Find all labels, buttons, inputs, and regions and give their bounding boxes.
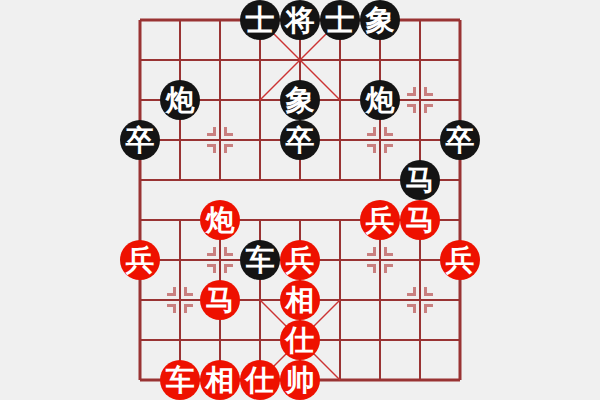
- piece-red-cannon[interactable]: 炮: [200, 200, 240, 240]
- piece-red-soldier[interactable]: 兵: [440, 240, 480, 280]
- point-marker-corner: [184, 304, 193, 313]
- point-marker-corner: [207, 264, 216, 273]
- piece-black-cannon[interactable]: 炮: [160, 80, 200, 120]
- point-marker: [407, 287, 433, 313]
- piece-black-cannon[interactable]: 炮: [360, 80, 400, 120]
- point-marker: [207, 247, 233, 273]
- point-marker: [367, 127, 393, 153]
- point-marker-corner: [207, 127, 216, 136]
- point-marker-corner: [207, 247, 216, 256]
- piece-black-chariot[interactable]: 车: [240, 240, 280, 280]
- piece-red-advisor[interactable]: 仕: [280, 320, 320, 360]
- piece-red-chariot[interactable]: 车: [160, 360, 200, 400]
- point-marker-corner: [424, 304, 433, 313]
- piece-red-elephant[interactable]: 相: [200, 360, 240, 400]
- point-marker-corner: [224, 127, 233, 136]
- point-marker-corner: [424, 104, 433, 113]
- piece-black-advisor[interactable]: 士: [320, 0, 360, 40]
- point-marker-corner: [367, 247, 376, 256]
- piece-black-advisor[interactable]: 士: [240, 0, 280, 40]
- piece-red-horse[interactable]: 马: [200, 280, 240, 320]
- piece-black-elephant[interactable]: 象: [360, 0, 400, 40]
- point-marker: [207, 127, 233, 153]
- piece-black-soldier[interactable]: 卒: [280, 120, 320, 160]
- piece-red-soldier[interactable]: 兵: [280, 240, 320, 280]
- point-marker: [167, 287, 193, 313]
- point-marker-corner: [367, 127, 376, 136]
- piece-red-horse[interactable]: 马: [400, 200, 440, 240]
- xiangqi-board: 士将士象炮象炮卒卒卒马车炮兵马兵兵兵马相仕车相仕帅: [0, 0, 600, 400]
- point-marker-corner: [167, 287, 176, 296]
- piece-red-advisor[interactable]: 仕: [240, 360, 280, 400]
- piece-black-elephant[interactable]: 象: [280, 80, 320, 120]
- point-marker: [407, 87, 433, 113]
- piece-red-soldier[interactable]: 兵: [120, 240, 160, 280]
- point-marker-corner: [424, 87, 433, 96]
- piece-red-soldier[interactable]: 兵: [360, 200, 400, 240]
- point-marker-corner: [384, 127, 393, 136]
- point-marker-corner: [367, 144, 376, 153]
- point-marker-corner: [224, 264, 233, 273]
- point-marker-corner: [367, 264, 376, 273]
- point-marker-corner: [224, 144, 233, 153]
- point-marker-corner: [407, 287, 416, 296]
- point-marker-corner: [407, 304, 416, 313]
- point-marker-corner: [424, 287, 433, 296]
- point-marker: [367, 247, 393, 273]
- piece-black-soldier[interactable]: 卒: [120, 120, 160, 160]
- point-marker-corner: [384, 144, 393, 153]
- piece-black-general[interactable]: 将: [280, 0, 320, 40]
- piece-black-horse[interactable]: 马: [400, 160, 440, 200]
- point-marker-corner: [167, 304, 176, 313]
- point-marker-corner: [384, 264, 393, 273]
- piece-red-general[interactable]: 帅: [280, 360, 320, 400]
- point-marker-corner: [384, 247, 393, 256]
- piece-red-elephant[interactable]: 相: [280, 280, 320, 320]
- point-marker-corner: [407, 87, 416, 96]
- point-marker-corner: [184, 287, 193, 296]
- piece-black-soldier[interactable]: 卒: [440, 120, 480, 160]
- point-marker-corner: [224, 247, 233, 256]
- point-marker-corner: [407, 104, 416, 113]
- point-marker-corner: [207, 144, 216, 153]
